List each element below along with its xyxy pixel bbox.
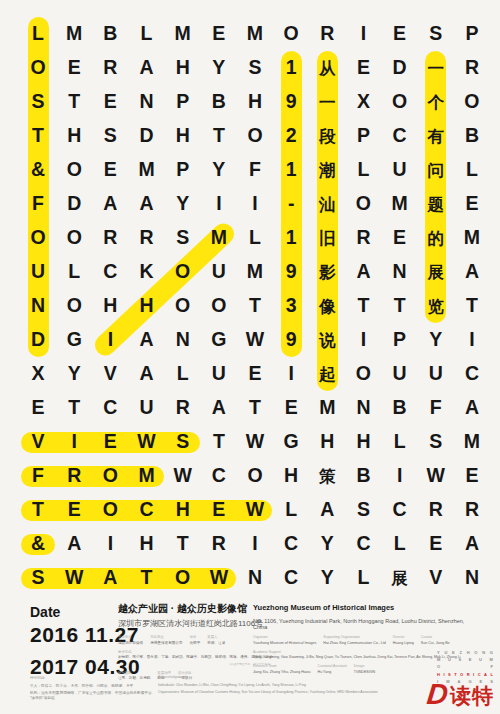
grid-cell: U (128, 391, 164, 425)
grid-cell: L (20, 17, 56, 51)
grid-cell: M (382, 187, 418, 221)
grid-cell: M (201, 221, 237, 255)
grid-cell: L (345, 153, 381, 187)
grid-cell: G (273, 425, 309, 459)
grid-cell: O (20, 221, 56, 255)
grid-cell: T (345, 289, 381, 323)
grid-cell: A (56, 527, 92, 561)
grid-cell: W (165, 459, 201, 493)
grid-cell: T (382, 289, 418, 323)
grid-cell: M (237, 255, 273, 289)
credit-label: Curatorial Assistant (318, 664, 347, 668)
grid-cell: M (454, 221, 490, 255)
grid-cell: E (273, 391, 309, 425)
grid-cell: O (273, 17, 309, 51)
grid-cell: B (92, 17, 128, 51)
grid-cell: & (20, 527, 56, 561)
grid-cell: 1 (273, 51, 309, 85)
grid-cell: Y (165, 187, 201, 221)
museum-logo-row: YUEZHONG (437, 650, 493, 657)
grid-cell: 展 (382, 561, 418, 595)
grid-cell: T (128, 561, 164, 595)
museum-logo-row: OF (437, 664, 493, 671)
credit-value: Huang Liping (393, 641, 414, 645)
grid-cell: C (128, 493, 164, 527)
grid-cell: H (128, 527, 164, 561)
grid-cell: L (273, 493, 309, 527)
grid-cell: A (309, 493, 345, 527)
grid-cell: C (92, 255, 128, 289)
grid-cell: E (201, 493, 237, 527)
grid-cell: C (382, 493, 418, 527)
grid-cell: R (128, 221, 164, 255)
venue-title-en: Yuezhong Museum of Historical Images (253, 603, 394, 612)
grid-cell: V (92, 357, 128, 391)
grid-cell: R (418, 493, 454, 527)
grid-cell: 问 (418, 153, 454, 187)
grid-cell: O (237, 119, 273, 153)
grid-cell: L (382, 425, 418, 459)
grid-cell: 汕 (309, 187, 345, 221)
grid-cell: 像 (309, 289, 345, 323)
ack-individuals-en: Individuals: Chiu Shandon, Li Wei, Chan … (158, 683, 306, 688)
credit-label: Organizer (253, 635, 316, 639)
grid-cell: N (20, 289, 56, 323)
credit-label: Academic Support (253, 650, 461, 654)
grid-cell: 起 (309, 357, 345, 391)
credit-label: Research Team (253, 664, 311, 668)
credit-label: 学术支持 (118, 650, 273, 654)
grid-cell: U (201, 255, 237, 289)
grid-cell: C (273, 527, 309, 561)
grid-cell: O (237, 459, 273, 493)
grid-cell: O (345, 187, 381, 221)
grid-cell: C (345, 527, 381, 561)
grid-cell: B (382, 391, 418, 425)
grid-cell: S (418, 425, 454, 459)
grid-cell: H (309, 425, 345, 459)
grid-cell: 3 (273, 289, 309, 323)
grid-cell: I (56, 425, 92, 459)
grid-cell: I (382, 459, 418, 493)
grid-cell: O (382, 85, 418, 119)
grid-cell: R (92, 221, 128, 255)
grid-cell: N (128, 85, 164, 119)
ack-organizations-en: Organizations: Museum of Chaoshan Custom… (158, 690, 378, 700)
grid-cell: E (20, 391, 56, 425)
grid-cell: M (454, 425, 490, 459)
grid-cell: D (56, 187, 92, 221)
ack-label-en: Acknowledgements (158, 675, 187, 680)
grid-cell: F (237, 153, 273, 187)
credit-value: Jiang Xiu, Zhang Yihu, Zhang Haiou (253, 670, 311, 674)
grid-cell: E (454, 459, 490, 493)
grid-cell: A (454, 255, 490, 289)
grid-cell: L (128, 17, 164, 51)
acknowledgements: 特别鸣谢 Acknowledgements 个人：陈传芳、陈小丰、李伟、陈中和、… (30, 675, 430, 703)
grid-cell: E (92, 85, 128, 119)
credit-note: （以姓氏笔画为序，排名不分先后） (118, 662, 273, 666)
grid-cell: R (56, 459, 92, 493)
grid-cell: G (56, 323, 92, 357)
poster-footer: Date 2016 11.27 2017 04.30 越众产业园 · 越众历史影… (0, 595, 500, 714)
grid-cell: W (237, 425, 273, 459)
grid-cell: T (165, 527, 201, 561)
grid-cell: E (454, 187, 490, 221)
grid-cell: P (454, 17, 490, 51)
grid-cell: L (454, 153, 490, 187)
grid-cell: C (273, 561, 309, 595)
grid-cell: B (201, 85, 237, 119)
grid-cell: I (237, 527, 273, 561)
grid-cell: S (92, 119, 128, 153)
dute-logo-d-icon: D (426, 683, 449, 706)
grid-cell: R (345, 221, 381, 255)
grid-cell: - (273, 187, 309, 221)
letter-grid: LMBLMEMORIESPOERAHYS1从ED一RSTENPBH9一XO个OT… (20, 17, 490, 595)
grid-cell: E (56, 493, 92, 527)
grid-cell: V (418, 561, 454, 595)
grid-cell: U (382, 153, 418, 187)
grid-cell: I (92, 323, 128, 357)
grid-cell: M (56, 17, 92, 51)
grid-cell: A (345, 255, 381, 289)
grid-cell: R (454, 493, 490, 527)
grid-cell: Y (201, 153, 237, 187)
grid-cell: Y (309, 561, 345, 595)
grid-cell: E (201, 17, 237, 51)
ack-label-zh: 特别鸣谢 (30, 675, 158, 680)
credit-label: Director (393, 635, 414, 639)
grid-cell: A (454, 527, 490, 561)
grid-cell: R (309, 17, 345, 51)
grid-cell: R (454, 51, 490, 85)
grid-cell: U (20, 255, 56, 289)
grid-cell: O (454, 85, 490, 119)
grid-cell: F (20, 459, 56, 493)
grid-cell: S (20, 561, 56, 595)
grid-cell: L (165, 357, 201, 391)
grid-cell: B (454, 119, 490, 153)
grid-cell: P (165, 85, 201, 119)
grid-cell: 潮 (309, 153, 345, 187)
grid-cell: 9 (273, 85, 309, 119)
grid-cell: O (92, 459, 128, 493)
grid-cell: O (56, 153, 92, 187)
grid-cell: 说 (309, 323, 345, 357)
grid-cell: L (56, 255, 92, 289)
credit-value: 黄丽平 (190, 641, 201, 645)
venue-address-zh: 深圳市罗湖区清水河街道红岗北路1106号 (118, 618, 263, 629)
grid-cell: 从 (309, 51, 345, 85)
grid-cell: N (165, 323, 201, 357)
grid-cell: H (165, 51, 201, 85)
credit-label: 设计排版 (178, 671, 192, 675)
grid-cell: X (345, 85, 381, 119)
grid-cell: S (418, 17, 454, 51)
grid-cell: E (92, 153, 128, 187)
grid-cell: 段 (309, 119, 345, 153)
grid-cell: O (92, 493, 128, 527)
grid-cell: C (382, 119, 418, 153)
grid-cell: H (56, 119, 92, 153)
grid-cell: U (418, 357, 454, 391)
grid-cell: 影 (309, 255, 345, 289)
grid-cell: L (237, 221, 273, 255)
grid-cell: O (165, 561, 201, 595)
grid-cell: M (128, 459, 164, 493)
grid-cell: Y (201, 51, 237, 85)
venue-title-zh: 越众产业园 · 越众历史影像馆 (118, 602, 247, 616)
grid-cell: L (345, 561, 381, 595)
grid-cell: O (56, 289, 92, 323)
credit-label: Curator (421, 635, 450, 639)
grid-cell: O (345, 357, 381, 391)
museum-logo-row: MUSEUM (437, 657, 493, 664)
grid-cell: 览 (418, 289, 454, 323)
credit-label: 主办单位 (118, 635, 143, 639)
credit-value: Hu Yang (318, 670, 347, 674)
grid-cell: Y (309, 527, 345, 561)
grid-cell: S (20, 85, 56, 119)
grid-cell: 2 (273, 119, 309, 153)
grid-cell: 一 (309, 85, 345, 119)
grid-cell: H (165, 493, 201, 527)
grid-cell: 展 (418, 255, 454, 289)
ack-individuals-zh: 个人：陈传芳、陈小丰、李伟、陈中和、刘丽菲、杨丽娜、李平 (30, 683, 158, 688)
credit-value: Sun Cui, Jiang Bo (421, 641, 450, 645)
grid-cell: E (345, 51, 381, 85)
grid-cell: S (165, 425, 201, 459)
grid-cell: & (20, 153, 56, 187)
grid-cell: N (345, 391, 381, 425)
grid-cell: A (201, 391, 237, 425)
credit-value: Hai Zhou Xing Communication Co., Ltd (323, 641, 385, 645)
word-search-grid: LMBLMEMORIESPOERAHYS1从ED一RSTENPBH9一XO个OT… (20, 17, 490, 595)
grid-cell: G (201, 323, 237, 357)
grid-cell: O (56, 221, 92, 255)
grid-cell: T (201, 119, 237, 153)
grid-cell: X (20, 357, 56, 391)
credit-value: TGNDESIGN (354, 670, 375, 674)
grid-cell: 9 (273, 323, 309, 357)
grid-cell: E (92, 425, 128, 459)
grid-cell: N (454, 561, 490, 595)
grid-cell: A (128, 51, 164, 85)
grid-cell: T (56, 391, 92, 425)
grid-cell: D (382, 51, 418, 85)
grid-cell: B (345, 459, 381, 493)
grid-cell: F (20, 187, 56, 221)
grid-cell: Y (418, 323, 454, 357)
grid-cell: A (128, 323, 164, 357)
grid-cell: N (382, 255, 418, 289)
grid-cell: I (345, 323, 381, 357)
grid-cell: M (165, 17, 201, 51)
grid-cell: A (92, 561, 128, 595)
grid-cell: K (128, 255, 164, 289)
credit-value: 越众历史影像馆 (118, 641, 143, 645)
grid-cell: P (382, 323, 418, 357)
grid-cell: D (128, 119, 164, 153)
grid-cell: I (345, 17, 381, 51)
grid-cell: W (237, 493, 273, 527)
grid-cell: T (237, 391, 273, 425)
grid-cell: A (92, 187, 128, 221)
credit-label: 支持单位 (150, 635, 182, 639)
grid-cell: W (237, 323, 273, 357)
grid-cell: 1 (273, 153, 309, 187)
grid-cell: W (56, 561, 92, 595)
credit-label: 馆长 (190, 635, 201, 639)
grid-cell: L (382, 527, 418, 561)
grid-cell: H (92, 289, 128, 323)
grid-cell: D (20, 323, 56, 357)
credits-en: OrganizerYuezhong Museum of Historical I… (253, 635, 433, 679)
credit-value: 宋钢明、陈小军、晋永权、丁瑜、胡武功、陈建华、马西莎、杨明信、陈琳、潘伟、麦保尔… (118, 655, 273, 659)
credit-label: 研究团队 (118, 671, 150, 675)
grid-cell: H (165, 119, 201, 153)
grid-cell: A (128, 357, 164, 391)
grid-cell: W (128, 425, 164, 459)
credit-label: Supporting Organization (323, 635, 385, 639)
grid-cell: E (382, 221, 418, 255)
grid-cell: T (454, 289, 490, 323)
grid-cell: P (345, 119, 381, 153)
grid-cell: E (382, 17, 418, 51)
grid-cell: 一 (418, 51, 454, 85)
grid-cell: H (273, 459, 309, 493)
grid-cell: O (20, 51, 56, 85)
ack-organizations-zh: 机构：汕头市档案局博物馆、广东省立中山图书馆、中国越众历史影像平台、“读深圳”项… (30, 690, 158, 700)
grid-cell: W (418, 459, 454, 493)
grid-cell: U (201, 357, 237, 391)
grid-cell: W (201, 561, 237, 595)
grid-cell: I (454, 323, 490, 357)
grid-cell: C (201, 459, 237, 493)
grid-cell: R (92, 51, 128, 85)
grid-cell: 旧 (309, 221, 345, 255)
grid-cell: E (56, 51, 92, 85)
grid-cell: O (165, 255, 201, 289)
grid-cell: S (237, 51, 273, 85)
grid-cell: C (454, 357, 490, 391)
grid-cell: Y (56, 357, 92, 391)
grid-cell: I (92, 527, 128, 561)
grid-cell: H (128, 289, 164, 323)
grid-cell: H (237, 85, 273, 119)
grid-cell: V (20, 425, 56, 459)
grid-cell: M (128, 153, 164, 187)
credit-value: Yuezhong Museum of Historical Images (253, 641, 316, 645)
credit-value: 海洲星传播有限公司 (150, 641, 182, 645)
dute-logo: D 读特 (427, 683, 494, 706)
dute-logo-text: 读特 (450, 687, 494, 706)
grid-cell: H (345, 425, 381, 459)
venue-address-en: NO. 1106, Yuezhong Industrial Park, Nort… (253, 618, 478, 630)
grid-cell: 有 (418, 119, 454, 153)
grid-cell: I (201, 187, 237, 221)
grid-cell: C (92, 391, 128, 425)
grid-cell: T (20, 493, 56, 527)
grid-cell: A (454, 391, 490, 425)
credit-value: 孙粹、江波 (207, 641, 225, 645)
grid-cell: I (237, 187, 273, 221)
grid-cell: 1 (273, 221, 309, 255)
grid-cell: E (418, 527, 454, 561)
grid-cell: R (201, 527, 237, 561)
grid-cell: 题 (418, 187, 454, 221)
grid-cell: O (201, 289, 237, 323)
grid-cell: E (237, 357, 273, 391)
grid-cell: F (418, 391, 454, 425)
grid-cell: U (382, 357, 418, 391)
grid-cell: M (309, 391, 345, 425)
grid-cell: 的 (418, 221, 454, 255)
credit-label: 策展人 (207, 635, 225, 639)
grid-cell: I (273, 357, 309, 391)
date-label: Date (30, 604, 60, 620)
grid-cell: T (237, 289, 273, 323)
grid-cell: N (237, 561, 273, 595)
grid-cell: M (237, 17, 273, 51)
grid-cell: S (165, 221, 201, 255)
grid-cell: 策 (309, 459, 345, 493)
grid-cell: 9 (273, 255, 309, 289)
grid-cell: 个 (418, 85, 454, 119)
grid-cell: S (345, 493, 381, 527)
grid-cell: T (20, 119, 56, 153)
grid-cell: P (165, 153, 201, 187)
grid-cell: O (165, 289, 201, 323)
word-search-poster: LMBLMEMORIESPOERAHYS1从ED一RSTENPBH9一XO个OT… (0, 0, 500, 714)
grid-cell: A (128, 187, 164, 221)
grid-cell: R (165, 391, 201, 425)
grid-cell: T (56, 85, 92, 119)
credit-value: Song Gangming, Gao Xiaoming, Ji Bo, Ning… (253, 655, 461, 659)
credit-label: 策展助理 (157, 671, 171, 675)
grid-cell: T (201, 425, 237, 459)
credit-label: Design (354, 664, 375, 668)
